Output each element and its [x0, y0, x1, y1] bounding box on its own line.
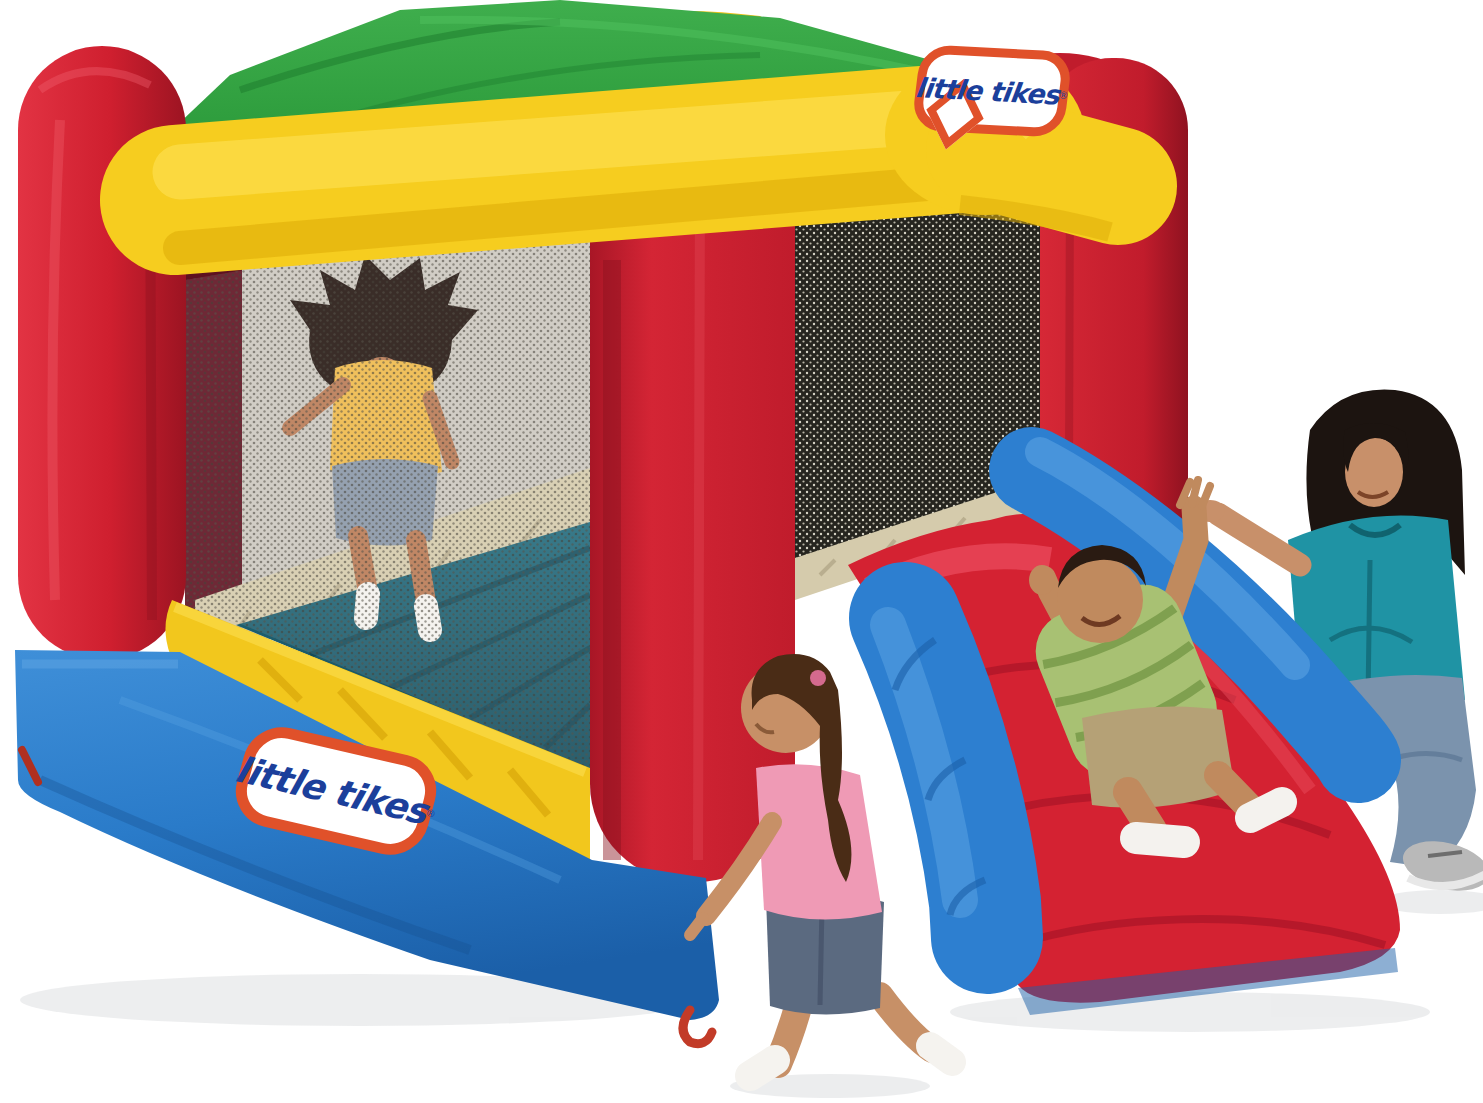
brand-logo-text: little tikes	[231, 748, 431, 831]
bounce-house-illustration	[0, 0, 1483, 1103]
slide-left-rail	[888, 618, 987, 938]
product-photo: little tikes® little tikes®	[0, 0, 1483, 1103]
registered-mark: ®	[1058, 89, 1069, 100]
roof-logo-badge: little tikes®	[911, 44, 1073, 138]
